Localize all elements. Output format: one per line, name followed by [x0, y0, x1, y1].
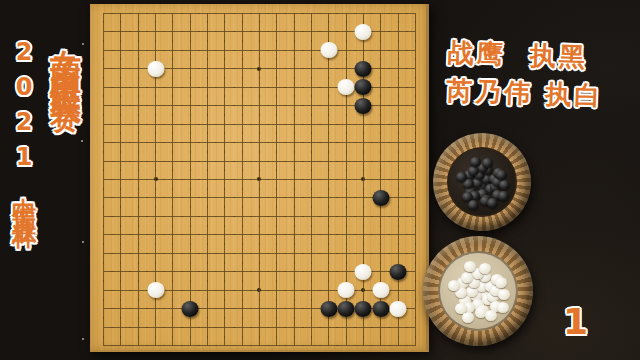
intersection — [182, 337, 199, 352]
intersection — [407, 244, 424, 262]
black-stone — [372, 190, 389, 206]
intersection — [112, 59, 129, 77]
intersection — [95, 337, 112, 352]
intersection — [303, 337, 320, 352]
intersection — [234, 115, 251, 133]
intersection — [147, 115, 164, 133]
intersection — [199, 189, 216, 207]
intersection — [251, 41, 268, 59]
intersection — [112, 281, 129, 299]
intersection — [337, 226, 354, 244]
event-title-league: 女子围棋甲级联赛 — [45, 25, 87, 81]
intersection — [130, 78, 147, 96]
intersection — [285, 300, 302, 318]
intersection — [130, 263, 147, 281]
intersection — [407, 22, 424, 40]
intersection — [130, 152, 147, 170]
intersection — [372, 226, 389, 244]
intersection — [355, 263, 372, 281]
black-stones-bowl — [433, 133, 531, 231]
white-bowl-stone — [448, 280, 460, 291]
intersection — [182, 281, 199, 299]
black-bowl-stone — [482, 158, 493, 168]
black-stones-pile — [447, 147, 517, 217]
intersection — [182, 152, 199, 170]
intersection — [234, 244, 251, 262]
intersection — [320, 281, 337, 299]
intersection — [320, 41, 337, 59]
white-player-label: 芮乃伟 执白 — [446, 71, 604, 114]
intersection — [355, 281, 372, 299]
intersection — [268, 300, 285, 318]
intersection — [164, 170, 181, 188]
intersection — [251, 226, 268, 244]
intersection — [407, 318, 424, 336]
intersection — [112, 78, 129, 96]
intersection — [216, 41, 233, 59]
intersection — [182, 263, 199, 281]
intersection — [216, 96, 233, 114]
intersection — [182, 226, 199, 244]
intersection — [355, 133, 372, 151]
intersection — [251, 281, 268, 299]
intersection — [372, 115, 389, 133]
intersection — [372, 318, 389, 336]
intersection — [303, 41, 320, 59]
intersection — [268, 263, 285, 281]
intersection — [372, 170, 389, 188]
intersection — [372, 41, 389, 59]
star-point — [361, 177, 365, 181]
intersection — [372, 281, 389, 299]
intersection — [112, 4, 129, 22]
intersection — [372, 263, 389, 281]
intersection — [216, 4, 233, 22]
intersection — [268, 170, 285, 188]
intersection — [199, 152, 216, 170]
intersection — [199, 300, 216, 318]
intersection — [268, 337, 285, 352]
intersection — [130, 318, 147, 336]
intersection — [303, 115, 320, 133]
intersection — [389, 226, 406, 244]
intersection — [147, 133, 164, 151]
intersection — [95, 152, 112, 170]
intersection — [337, 22, 354, 40]
intersection — [372, 96, 389, 114]
intersection — [389, 22, 406, 40]
intersection — [407, 115, 424, 133]
intersection — [182, 4, 199, 22]
intersection — [268, 96, 285, 114]
intersection — [407, 152, 424, 170]
intersection — [389, 189, 406, 207]
intersection — [372, 337, 389, 352]
black-bowl-stone — [499, 180, 510, 190]
intersection — [320, 96, 337, 114]
intersection — [372, 207, 389, 225]
intersection — [407, 300, 424, 318]
intersection — [234, 263, 251, 281]
intersection — [407, 207, 424, 225]
intersection — [355, 41, 372, 59]
intersection — [389, 244, 406, 262]
intersection — [130, 4, 147, 22]
intersection — [216, 133, 233, 151]
intersection — [164, 133, 181, 151]
intersection — [355, 226, 372, 244]
intersection — [234, 22, 251, 40]
intersection — [130, 41, 147, 59]
intersection — [95, 244, 112, 262]
intersection — [147, 22, 164, 40]
intersection — [234, 78, 251, 96]
intersection — [355, 318, 372, 336]
intersection — [234, 152, 251, 170]
player-captions: 战鹰 执黑 芮乃伟 执白 — [446, 33, 606, 114]
intersection — [337, 337, 354, 352]
intersection — [199, 337, 216, 352]
intersection — [303, 96, 320, 114]
intersection — [147, 78, 164, 96]
black-bowl-stone — [498, 191, 509, 201]
intersection — [407, 133, 424, 151]
intersection — [303, 133, 320, 151]
intersection — [130, 59, 147, 77]
star-point — [361, 288, 365, 292]
intersection — [389, 152, 406, 170]
intersection — [355, 22, 372, 40]
intersection — [234, 207, 251, 225]
intersection — [199, 170, 216, 188]
light-speck — [81, 140, 83, 142]
intersection — [285, 189, 302, 207]
intersection — [164, 152, 181, 170]
intersection — [95, 189, 112, 207]
black-stone — [355, 98, 372, 114]
intersection — [251, 189, 268, 207]
intersection — [147, 226, 164, 244]
intersection — [234, 337, 251, 352]
intersection — [389, 59, 406, 77]
intersection — [112, 115, 129, 133]
intersection — [251, 22, 268, 40]
intersection — [130, 281, 147, 299]
intersection — [130, 133, 147, 151]
intersection — [251, 4, 268, 22]
white-bowl-stone — [498, 289, 510, 300]
intersection — [182, 96, 199, 114]
intersection — [372, 133, 389, 151]
white-bowl-stone — [479, 263, 491, 274]
intersection — [320, 59, 337, 77]
intersection — [112, 170, 129, 188]
intersection — [268, 152, 285, 170]
intersection — [112, 226, 129, 244]
intersection — [337, 300, 354, 318]
intersection — [337, 41, 354, 59]
intersection — [216, 170, 233, 188]
intersection — [268, 281, 285, 299]
white-bowl-stone — [485, 310, 497, 321]
intersection — [95, 207, 112, 225]
intersection — [285, 170, 302, 188]
intersection — [303, 22, 320, 40]
video-frame: 2021中信置业杯 女子围棋甲级联赛 战鹰 执黑 芮乃伟 执白 1 — [0, 0, 640, 360]
intersection — [355, 59, 372, 77]
intersection — [303, 263, 320, 281]
intersection — [320, 78, 337, 96]
white-stones-pile — [438, 251, 518, 331]
intersection — [355, 170, 372, 188]
intersection — [95, 96, 112, 114]
intersection — [389, 41, 406, 59]
intersection — [355, 337, 372, 352]
intersection — [164, 244, 181, 262]
intersection — [285, 96, 302, 114]
intersection — [112, 189, 129, 207]
intersection — [251, 59, 268, 77]
intersection — [407, 59, 424, 77]
intersection — [355, 96, 372, 114]
intersection — [407, 337, 424, 352]
intersection — [337, 115, 354, 133]
intersection — [407, 281, 424, 299]
intersection — [251, 244, 268, 262]
intersection — [112, 318, 129, 336]
black-stone — [355, 61, 372, 77]
go-board — [90, 4, 429, 352]
intersection — [95, 78, 112, 96]
intersection — [216, 226, 233, 244]
intersection — [407, 170, 424, 188]
intersection — [164, 78, 181, 96]
intersection — [303, 207, 320, 225]
intersection — [112, 207, 129, 225]
intersection — [268, 59, 285, 77]
intersection — [182, 22, 199, 40]
intersection — [147, 96, 164, 114]
intersection — [147, 41, 164, 59]
intersection — [407, 189, 424, 207]
intersection — [182, 189, 199, 207]
intersection — [268, 189, 285, 207]
intersection — [389, 318, 406, 336]
intersection — [164, 263, 181, 281]
white-stone — [355, 264, 372, 280]
intersection — [389, 207, 406, 225]
white-bowl-stone — [497, 302, 509, 313]
intersection — [268, 133, 285, 151]
intersection — [337, 263, 354, 281]
intersection — [320, 22, 337, 40]
intersection — [407, 263, 424, 281]
intersection — [268, 318, 285, 336]
intersection — [337, 78, 354, 96]
white-stone — [338, 282, 355, 298]
intersection — [164, 96, 181, 114]
intersection — [355, 189, 372, 207]
intersection — [285, 133, 302, 151]
intersection — [182, 318, 199, 336]
white-stone — [147, 61, 164, 77]
black-stone — [355, 79, 372, 95]
intersection — [355, 244, 372, 262]
intersection — [130, 337, 147, 352]
intersection — [164, 4, 181, 22]
white-bowl-stone — [462, 312, 474, 323]
intersection — [164, 226, 181, 244]
intersection — [147, 4, 164, 22]
intersection — [216, 115, 233, 133]
black-bowl-stone — [468, 200, 479, 210]
intersection — [112, 96, 129, 114]
intersection — [320, 170, 337, 188]
intersection — [251, 263, 268, 281]
intersection — [182, 115, 199, 133]
intersection — [389, 300, 406, 318]
intersection — [234, 318, 251, 336]
intersection — [199, 281, 216, 299]
intersection — [130, 226, 147, 244]
intersection — [268, 22, 285, 40]
white-stone — [372, 282, 389, 298]
black-bowl-stone — [496, 170, 507, 180]
event-title-cup: 2021中信置业杯 — [8, 38, 40, 213]
intersection — [372, 78, 389, 96]
intersection — [320, 263, 337, 281]
intersection — [130, 22, 147, 40]
intersection — [234, 189, 251, 207]
intersection — [234, 96, 251, 114]
intersection — [389, 115, 406, 133]
intersection — [164, 207, 181, 225]
intersection — [337, 96, 354, 114]
white-stone — [147, 282, 164, 298]
intersection — [268, 115, 285, 133]
light-speck — [82, 338, 84, 340]
intersection — [199, 22, 216, 40]
intersection — [285, 4, 302, 22]
intersection — [216, 189, 233, 207]
intersection — [216, 207, 233, 225]
intersection — [285, 281, 302, 299]
intersection — [355, 300, 372, 318]
intersection — [268, 226, 285, 244]
white-stone — [355, 24, 372, 40]
intersection — [112, 152, 129, 170]
intersection — [234, 226, 251, 244]
intersection — [199, 115, 216, 133]
intersection — [268, 244, 285, 262]
intersection — [164, 115, 181, 133]
intersection — [164, 300, 181, 318]
intersection — [372, 22, 389, 40]
intersection — [303, 59, 320, 77]
intersection — [303, 189, 320, 207]
white-stones-bowl — [423, 236, 533, 346]
black-stone — [355, 301, 372, 317]
light-speck — [82, 241, 84, 243]
star-point — [257, 67, 261, 71]
intersection — [285, 78, 302, 96]
intersection — [95, 263, 112, 281]
intersection — [355, 4, 372, 22]
intersection — [234, 59, 251, 77]
intersection — [389, 133, 406, 151]
intersection — [285, 152, 302, 170]
intersection — [216, 337, 233, 352]
intersection — [337, 318, 354, 336]
intersection — [407, 78, 424, 96]
intersection — [199, 96, 216, 114]
intersection — [130, 300, 147, 318]
intersection — [130, 244, 147, 262]
intersection — [95, 115, 112, 133]
intersection — [147, 170, 164, 188]
intersection — [285, 22, 302, 40]
intersection — [130, 189, 147, 207]
intersection — [234, 300, 251, 318]
intersection — [268, 41, 285, 59]
intersection — [389, 96, 406, 114]
intersection — [182, 170, 199, 188]
intersection — [389, 337, 406, 352]
intersection — [216, 263, 233, 281]
intersection — [234, 4, 251, 22]
intersection — [303, 170, 320, 188]
intersection — [112, 22, 129, 40]
intersection — [303, 244, 320, 262]
intersection — [355, 207, 372, 225]
intersection — [337, 59, 354, 77]
intersection — [389, 281, 406, 299]
intersection — [95, 300, 112, 318]
move-number: 1 — [563, 301, 588, 342]
intersection — [216, 281, 233, 299]
intersection — [372, 152, 389, 170]
intersection — [372, 59, 389, 77]
star-point — [154, 177, 158, 181]
black-player-label: 战鹰 执黑 — [447, 33, 605, 76]
intersection — [303, 281, 320, 299]
intersection — [251, 78, 268, 96]
intersection — [337, 170, 354, 188]
intersection — [285, 318, 302, 336]
black-bowl-stone — [470, 157, 481, 167]
intersection — [285, 115, 302, 133]
intersection — [320, 300, 337, 318]
intersection — [268, 78, 285, 96]
intersection — [320, 318, 337, 336]
intersection — [251, 152, 268, 170]
intersection — [216, 152, 233, 170]
intersection — [251, 96, 268, 114]
intersection — [389, 263, 406, 281]
intersection — [337, 207, 354, 225]
intersection — [268, 4, 285, 22]
intersection — [234, 41, 251, 59]
intersection — [320, 226, 337, 244]
intersection — [303, 152, 320, 170]
intersection — [320, 115, 337, 133]
intersection — [372, 4, 389, 22]
intersection — [147, 244, 164, 262]
intersection — [251, 133, 268, 151]
intersection — [147, 152, 164, 170]
intersection — [285, 226, 302, 244]
intersection — [199, 207, 216, 225]
